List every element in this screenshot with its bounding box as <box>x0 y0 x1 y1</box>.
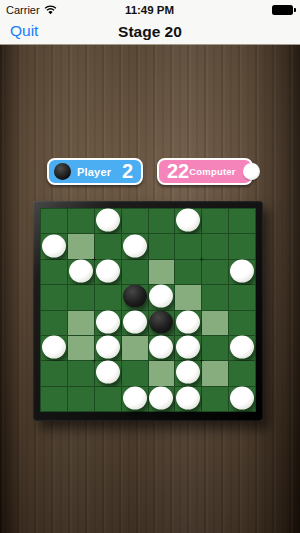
cell-r3c7[interactable] <box>202 260 228 284</box>
cell-r7c8[interactable] <box>229 361 255 385</box>
cell-r4c4[interactable] <box>122 285 148 309</box>
white-disc <box>176 209 200 232</box>
white-disc <box>149 285 173 308</box>
white-disc <box>69 260 93 283</box>
white-disc <box>176 361 200 384</box>
white-disc <box>176 386 200 409</box>
cell-r7c7-legal-move[interactable] <box>202 361 228 385</box>
white-disc <box>230 386 254 409</box>
cell-r8c1[interactable] <box>41 387 67 411</box>
player-black-disc-icon <box>54 163 71 180</box>
cell-r2c5[interactable] <box>149 234 175 258</box>
cell-r1c3[interactable] <box>95 209 121 233</box>
status-bar: Carrier 11:49 PM <box>0 0 300 20</box>
cell-r8c6[interactable] <box>175 387 201 411</box>
cell-r2c3[interactable] <box>95 234 121 258</box>
white-disc <box>230 260 254 283</box>
cell-r3c5-legal-move[interactable] <box>149 260 175 284</box>
white-disc <box>96 336 120 359</box>
cell-r2c6[interactable] <box>175 234 201 258</box>
cell-r7c1[interactable] <box>41 361 67 385</box>
cell-r7c5-legal-move[interactable] <box>149 361 175 385</box>
cell-r8c2[interactable] <box>68 387 94 411</box>
black-disc <box>123 285 147 308</box>
cell-r1c5[interactable] <box>149 209 175 233</box>
cell-r1c8[interactable] <box>229 209 255 233</box>
cell-r1c6[interactable] <box>175 209 201 233</box>
board-frame <box>33 201 263 421</box>
white-disc <box>176 310 200 333</box>
cell-r1c4[interactable] <box>122 209 148 233</box>
cell-r7c3[interactable] <box>95 361 121 385</box>
navigation-bar: Quit Stage 20 <box>0 20 300 45</box>
cell-r8c8[interactable] <box>229 387 255 411</box>
computer-score-badge: 22 Computer <box>157 158 253 185</box>
cell-r3c2[interactable] <box>68 260 94 284</box>
cell-r6c3[interactable] <box>95 336 121 360</box>
carrier-label: Carrier <box>6 4 40 16</box>
player-label: Player <box>77 166 111 178</box>
quit-button[interactable]: Quit <box>10 22 38 40</box>
cell-r4c5[interactable] <box>149 285 175 309</box>
cell-r6c1[interactable] <box>41 336 67 360</box>
page-title: Stage 20 <box>0 23 300 41</box>
cell-r6c6[interactable] <box>175 336 201 360</box>
computer-score: 22 <box>167 160 189 183</box>
white-disc <box>149 336 173 359</box>
cell-r5c2-legal-move[interactable] <box>68 311 94 335</box>
player-score-badge: Player 2 <box>47 158 143 185</box>
cell-r7c2[interactable] <box>68 361 94 385</box>
cell-r5c1[interactable] <box>41 311 67 335</box>
cell-r1c1[interactable] <box>41 209 67 233</box>
computer-white-disc-icon <box>243 163 260 180</box>
cell-r2c4[interactable] <box>122 234 148 258</box>
white-disc <box>96 260 120 283</box>
cell-r8c5[interactable] <box>149 387 175 411</box>
white-disc <box>96 310 120 333</box>
cell-r2c8[interactable] <box>229 234 255 258</box>
cell-r5c7-legal-move[interactable] <box>202 311 228 335</box>
app-screen: Carrier 11:49 PM Quit Stage 20 Player 2 … <box>0 0 300 533</box>
cell-r2c2-legal-move[interactable] <box>68 234 94 258</box>
cell-r3c1[interactable] <box>41 260 67 284</box>
cell-r8c7[interactable] <box>202 387 228 411</box>
white-disc <box>42 234 66 257</box>
cell-r5c8[interactable] <box>229 311 255 335</box>
cell-r2c7[interactable] <box>202 234 228 258</box>
computer-label: Computer <box>189 166 235 177</box>
cell-r3c3[interactable] <box>95 260 121 284</box>
white-disc <box>123 310 147 333</box>
cell-r6c7[interactable] <box>202 336 228 360</box>
clock: 11:49 PM <box>96 4 203 16</box>
white-disc <box>96 209 120 232</box>
white-disc <box>123 386 147 409</box>
player-score: 2 <box>111 160 133 183</box>
cell-r6c5[interactable] <box>149 336 175 360</box>
board-grid <box>40 208 256 412</box>
battery-icon <box>272 5 293 15</box>
cell-r4c6-legal-move[interactable] <box>175 285 201 309</box>
cell-r5c3[interactable] <box>95 311 121 335</box>
cell-r5c4[interactable] <box>122 311 148 335</box>
cell-r6c4-legal-move[interactable] <box>122 336 148 360</box>
black-disc <box>149 310 173 333</box>
cell-r8c4[interactable] <box>122 387 148 411</box>
cell-r6c2-legal-move[interactable] <box>68 336 94 360</box>
cell-r8c3[interactable] <box>95 387 121 411</box>
white-disc <box>149 386 173 409</box>
cell-r3c8[interactable] <box>229 260 255 284</box>
cell-r3c4[interactable] <box>122 260 148 284</box>
cell-r4c8[interactable] <box>229 285 255 309</box>
cell-r4c3[interactable] <box>95 285 121 309</box>
cell-r5c5[interactable] <box>149 311 175 335</box>
white-disc <box>123 234 147 257</box>
white-disc <box>176 336 200 359</box>
cell-r4c7[interactable] <box>202 285 228 309</box>
cell-r2c1[interactable] <box>41 234 67 258</box>
white-disc <box>230 336 254 359</box>
cell-r6c8[interactable] <box>229 336 255 360</box>
cell-r7c4[interactable] <box>122 361 148 385</box>
cell-r4c2[interactable] <box>68 285 94 309</box>
cell-r5c6[interactable] <box>175 311 201 335</box>
cell-r3c6[interactable] <box>175 260 201 284</box>
cell-r7c6[interactable] <box>175 361 201 385</box>
white-disc <box>42 336 66 359</box>
wifi-icon <box>44 5 57 15</box>
white-disc <box>96 361 120 384</box>
cell-r1c7[interactable] <box>202 209 228 233</box>
cell-r4c1[interactable] <box>41 285 67 309</box>
cell-r1c2[interactable] <box>68 209 94 233</box>
